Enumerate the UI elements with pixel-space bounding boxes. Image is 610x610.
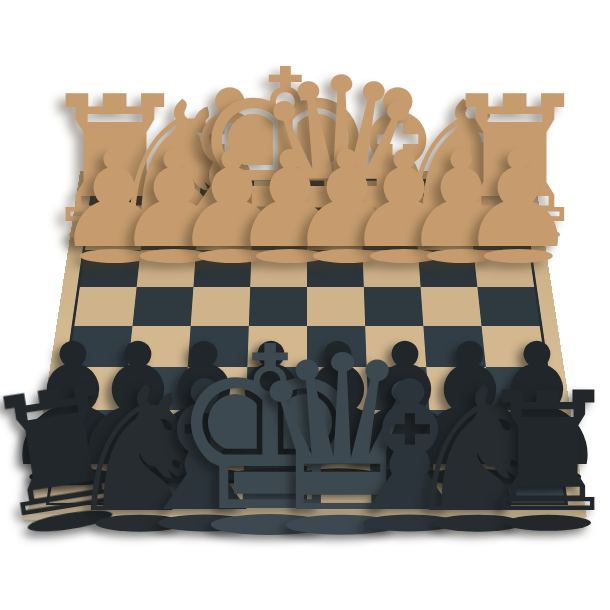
light-pawn-piece[interactable]: ♟: [458, 134, 577, 267]
dark-rook-piece[interactable]: ♜: [474, 371, 610, 536]
piece-stand: [483, 249, 552, 263]
piece-stand: [505, 515, 591, 531]
pawn-icon: ♟: [458, 134, 577, 267]
chess-set-photo: ♜♞♝♚♛♝♞♜♟♟♟♟♟♟♟♟♟♟♟♟♟♟♟♟♜♞♝♚♛♝♞♜: [0, 0, 610, 610]
rook-icon: ♜: [474, 371, 610, 536]
